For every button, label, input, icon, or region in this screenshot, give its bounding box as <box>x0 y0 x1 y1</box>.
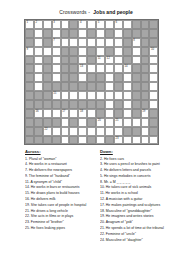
blocked-cell <box>25 82 34 91</box>
clue-number: 2 <box>35 21 37 24</box>
blocked-cell <box>141 29 150 38</box>
answer-cell[interactable] <box>105 91 114 100</box>
answer-cell[interactable] <box>34 64 43 73</box>
answer-cell[interactable]: 14 <box>123 64 132 73</box>
blocked-cell <box>69 82 78 91</box>
blocked-cell <box>114 73 123 82</box>
answer-cell[interactable] <box>105 118 114 127</box>
answer-cell[interactable] <box>87 38 96 47</box>
answer-cell[interactable] <box>114 29 123 38</box>
answer-cell[interactable]: 10 <box>149 47 158 56</box>
answer-cell[interactable] <box>87 109 96 118</box>
blocked-cell <box>43 136 52 145</box>
clue-number: 18 <box>80 110 83 113</box>
blocked-cell <box>25 64 34 73</box>
answer-cell[interactable] <box>114 91 123 100</box>
clue-number: 9 <box>27 48 29 51</box>
answer-cell[interactable] <box>52 127 61 136</box>
answer-cell[interactable] <box>96 91 105 100</box>
worksheet-page: Crosswords - Jobs and people 12345678910… <box>0 0 180 255</box>
blocked-cell <box>141 56 150 65</box>
answer-cell[interactable] <box>78 29 87 38</box>
blocked-cell <box>43 73 52 82</box>
answer-cell[interactable] <box>52 56 61 65</box>
blocked-cell <box>25 29 34 38</box>
blocked-cell <box>25 127 34 136</box>
answer-cell[interactable]: 5 <box>96 20 105 29</box>
blocked-cell <box>61 82 70 91</box>
answer-cell[interactable] <box>123 109 132 118</box>
blocked-cell <box>34 118 43 127</box>
answer-cell[interactable] <box>78 56 87 65</box>
blocked-cell <box>25 118 34 127</box>
answer-cell[interactable] <box>52 73 61 82</box>
blocked-cell <box>114 100 123 109</box>
blocked-cell <box>149 127 158 136</box>
blocked-cell <box>25 91 34 100</box>
blocked-cell <box>69 118 78 127</box>
blocked-cell <box>132 109 141 118</box>
blocked-cell <box>52 100 61 109</box>
answer-cell[interactable] <box>69 91 78 100</box>
answer-cell[interactable] <box>132 47 141 56</box>
answer-cell[interactable] <box>78 47 87 56</box>
answer-cell[interactable]: 20 <box>96 118 105 127</box>
answer-cell[interactable] <box>34 47 43 56</box>
answer-cell[interactable] <box>132 56 141 65</box>
answer-cell[interactable]: 18 <box>78 109 87 118</box>
answer-cell[interactable] <box>87 127 96 136</box>
answer-cell[interactable] <box>123 20 132 29</box>
blocked-cell <box>132 29 141 38</box>
blocked-cell <box>87 56 96 65</box>
title-prefix: Crosswords - <box>59 9 90 15</box>
blocked-cell <box>87 136 96 145</box>
answer-cell[interactable] <box>123 91 132 100</box>
down-clue: 24. Masculine of "daughter" <box>100 238 176 244</box>
blocked-cell <box>52 136 61 145</box>
across-clue: 19. She takes care of people in hospital <box>25 203 97 209</box>
blocked-cell <box>149 109 158 118</box>
blocked-cell <box>87 100 96 109</box>
answer-cell[interactable] <box>43 109 52 118</box>
clue-number: 17 <box>62 110 65 113</box>
blocked-cell <box>61 56 70 65</box>
blocked-cell <box>87 29 96 38</box>
answer-cell[interactable] <box>96 29 105 38</box>
blocked-cell <box>34 100 43 109</box>
clue-number: 10 <box>151 48 154 51</box>
answer-cell[interactable] <box>114 64 123 73</box>
blocked-cell <box>43 64 52 73</box>
blocked-cell <box>25 136 34 145</box>
blocked-cell <box>141 100 150 109</box>
answer-cell[interactable] <box>149 91 158 100</box>
answer-cell[interactable] <box>96 38 105 47</box>
blocked-cell <box>132 127 141 136</box>
blocked-cell <box>96 82 105 91</box>
across-clue: 25. He fixes leaking pipes <box>25 226 97 232</box>
answer-cell[interactable] <box>96 136 105 145</box>
answer-cell[interactable] <box>141 118 150 127</box>
answer-cell[interactable] <box>114 47 123 56</box>
answer-cell[interactable] <box>87 64 96 73</box>
down-clues-column: Down: 2. He fixes cars3. He uses a penci… <box>100 149 176 243</box>
down-clue-list: 2. He fixes cars3. He uses a pencil or b… <box>100 157 176 244</box>
blocked-cell <box>69 29 78 38</box>
answer-cell[interactable] <box>132 118 141 127</box>
clue-number: 19 <box>142 110 145 113</box>
answer-cell[interactable]: 15 <box>52 91 61 100</box>
answer-cell[interactable] <box>105 127 114 136</box>
answer-cell[interactable] <box>61 38 70 47</box>
blocked-cell <box>25 100 34 109</box>
blocked-cell <box>123 127 132 136</box>
answer-cell[interactable] <box>123 136 132 145</box>
clue-number: 21 <box>116 119 119 122</box>
blocked-cell <box>25 109 34 118</box>
answer-cell[interactable] <box>141 127 150 136</box>
answer-cell[interactable] <box>105 109 114 118</box>
blocked-cell <box>141 82 150 91</box>
blocked-cell <box>61 64 70 73</box>
answer-cell[interactable]: 13 <box>78 64 87 73</box>
answer-cell[interactable] <box>34 73 43 82</box>
answer-cell[interactable]: 23 <box>114 136 123 145</box>
blocked-cell <box>43 82 52 91</box>
answer-cell[interactable] <box>78 136 87 145</box>
answer-cell[interactable] <box>87 20 96 29</box>
answer-cell[interactable]: 1 <box>25 20 34 29</box>
answer-cell[interactable] <box>52 64 61 73</box>
blocked-cell <box>61 29 70 38</box>
answer-cell[interactable] <box>69 38 78 47</box>
blocked-cell <box>61 47 70 56</box>
answer-cell[interactable]: 22 <box>43 127 52 136</box>
clue-number: 13 <box>80 65 83 68</box>
blocked-cell <box>149 20 158 29</box>
answer-cell[interactable]: 12 <box>105 56 114 65</box>
down-header: Down: <box>100 149 176 154</box>
answer-cell[interactable] <box>78 38 87 47</box>
answer-cell[interactable] <box>96 47 105 56</box>
answer-cell[interactable]: 8 <box>132 38 141 47</box>
blocked-cell <box>141 64 150 73</box>
blocked-cell <box>87 73 96 82</box>
blocked-cell <box>43 38 52 47</box>
blocked-cell <box>25 38 34 47</box>
blocked-cell <box>61 100 70 109</box>
answer-cell[interactable] <box>149 56 158 65</box>
blocked-cell <box>25 56 34 65</box>
blocked-cell <box>78 82 87 91</box>
answer-cell[interactable] <box>114 38 123 47</box>
answer-cell[interactable]: 17 <box>61 109 70 118</box>
answer-cell[interactable] <box>105 20 114 29</box>
clue-number: 6 <box>116 21 118 24</box>
answer-cell[interactable] <box>78 127 87 136</box>
answer-cell[interactable] <box>114 127 123 136</box>
blocked-cell <box>105 47 114 56</box>
clue-number: 1 <box>27 21 29 24</box>
blocked-cell <box>96 109 105 118</box>
clue-number: 3 <box>53 21 55 24</box>
answer-cell[interactable] <box>52 109 61 118</box>
answer-cell[interactable]: 11 <box>96 56 105 65</box>
answer-cell[interactable] <box>61 136 70 145</box>
blocked-cell <box>149 118 158 127</box>
answer-cell[interactable] <box>34 56 43 65</box>
clue-number: 20 <box>98 119 101 122</box>
answer-cell[interactable] <box>114 56 123 65</box>
title-main: Jobs and people <box>93 9 132 15</box>
clue-number: 12 <box>107 57 110 60</box>
answer-cell[interactable] <box>96 127 105 136</box>
answer-cell[interactable] <box>43 20 52 29</box>
blocked-cell <box>132 100 141 109</box>
blocked-cell <box>87 82 96 91</box>
blocked-cell <box>141 20 150 29</box>
blocked-cell <box>69 64 78 73</box>
answer-cell[interactable] <box>149 136 158 145</box>
answer-cell[interactable] <box>61 118 70 127</box>
answer-cell[interactable] <box>132 136 141 145</box>
answer-cell[interactable] <box>87 91 96 100</box>
blocked-cell <box>52 82 61 91</box>
blocked-cell <box>141 91 150 100</box>
blocked-cell <box>149 38 158 47</box>
blocked-cell <box>114 82 123 91</box>
blocked-cell <box>123 56 132 65</box>
blocked-cell <box>123 47 132 56</box>
blocked-cell <box>141 73 150 82</box>
answer-cell[interactable] <box>123 82 132 91</box>
blocked-cell <box>123 38 132 47</box>
answer-cell[interactable] <box>78 118 87 127</box>
blocked-cell <box>69 56 78 65</box>
blocked-cell <box>132 91 141 100</box>
answer-cell[interactable] <box>34 38 43 47</box>
blocked-cell <box>132 20 141 29</box>
clue-number: 7 <box>53 39 55 42</box>
answer-cell[interactable] <box>105 73 114 82</box>
blocked-cell <box>43 91 52 100</box>
answer-cell[interactable] <box>149 100 158 109</box>
answer-cell[interactable]: 21 <box>114 118 123 127</box>
answer-cell[interactable] <box>52 47 61 56</box>
blocked-cell <box>132 73 141 82</box>
answer-cell[interactable] <box>123 100 132 109</box>
answer-cell[interactable]: 9 <box>25 47 34 56</box>
answer-cell[interactable] <box>149 82 158 91</box>
blocked-cell <box>96 100 105 109</box>
clue-number: 5 <box>98 21 100 24</box>
answer-cell[interactable] <box>52 29 61 38</box>
page-title: Crosswords - Jobs and people <box>6 9 180 15</box>
answer-cell[interactable]: 7 <box>52 38 61 47</box>
across-clue-list: 1. Plural of "woman"4. He works in a res… <box>25 157 97 232</box>
answer-cell[interactable] <box>105 82 114 91</box>
clue-number: 23 <box>116 137 119 140</box>
blocked-cell <box>78 100 87 109</box>
clue-number: 22 <box>44 128 47 131</box>
answer-cell[interactable] <box>149 64 158 73</box>
blocked-cell <box>114 109 123 118</box>
blocked-cell <box>141 47 150 56</box>
answer-cell[interactable]: 3 <box>52 20 61 29</box>
blocked-cell <box>132 64 141 73</box>
answer-cell[interactable] <box>141 136 150 145</box>
across-header: Across: <box>25 149 97 154</box>
blocked-cell <box>43 29 52 38</box>
blocked-cell <box>43 56 52 65</box>
clue-number: 8 <box>133 39 135 42</box>
answer-cell[interactable] <box>61 20 70 29</box>
answer-cell[interactable]: 16 <box>34 109 43 118</box>
answer-cell[interactable] <box>61 127 70 136</box>
clue-number: 4 <box>80 21 82 24</box>
blocked-cell <box>132 82 141 91</box>
blocked-cell <box>105 136 114 145</box>
across-clues-column: Across: 1. Plural of "woman"4. He works … <box>25 149 97 232</box>
blocked-cell <box>43 100 52 109</box>
answer-cell[interactable] <box>34 29 43 38</box>
blocked-cell <box>69 20 78 29</box>
answer-cell[interactable] <box>69 127 78 136</box>
clue-number: 16 <box>35 110 38 113</box>
answer-cell[interactable] <box>105 100 114 109</box>
blocked-cell <box>52 118 61 127</box>
answer-cell[interactable] <box>34 82 43 91</box>
answer-cell[interactable] <box>78 91 87 100</box>
blocked-cell <box>87 47 96 56</box>
blocked-cell <box>105 29 114 38</box>
blocked-cell <box>69 73 78 82</box>
blocked-cell <box>34 91 43 100</box>
blocked-cell <box>96 73 105 82</box>
answer-cell[interactable] <box>69 109 78 118</box>
answer-cell[interactable] <box>61 91 70 100</box>
blocked-cell <box>61 73 70 82</box>
blocked-cell <box>25 73 34 82</box>
crossword-grid: 1234567891011121314151617181920212223 <box>24 19 159 145</box>
answer-cell[interactable] <box>105 64 114 73</box>
answer-cell[interactable] <box>123 118 132 127</box>
blocked-cell <box>69 47 78 56</box>
answer-cell[interactable]: 4 <box>78 20 87 29</box>
blocked-cell <box>34 127 43 136</box>
blocked-cell <box>149 29 158 38</box>
clue-number: 11 <box>98 57 101 60</box>
answer-cell[interactable]: 6 <box>114 20 123 29</box>
answer-cell[interactable] <box>105 38 114 47</box>
blocked-cell <box>43 118 52 127</box>
blocked-cell <box>87 118 96 127</box>
clue-number: 15 <box>53 92 56 95</box>
blocked-cell <box>141 38 150 47</box>
answer-cell[interactable] <box>78 73 87 82</box>
answer-cell[interactable]: 2 <box>34 20 43 29</box>
answer-cell[interactable] <box>149 73 158 82</box>
blocked-cell <box>69 100 78 109</box>
answer-cell[interactable] <box>123 73 132 82</box>
answer-cell[interactable] <box>96 64 105 73</box>
answer-cell[interactable] <box>43 47 52 56</box>
blocked-cell <box>34 136 43 145</box>
answer-cell[interactable]: 19 <box>141 109 150 118</box>
blocked-cell <box>123 29 132 38</box>
blocked-cell <box>69 136 78 145</box>
clue-number: 14 <box>124 65 127 68</box>
